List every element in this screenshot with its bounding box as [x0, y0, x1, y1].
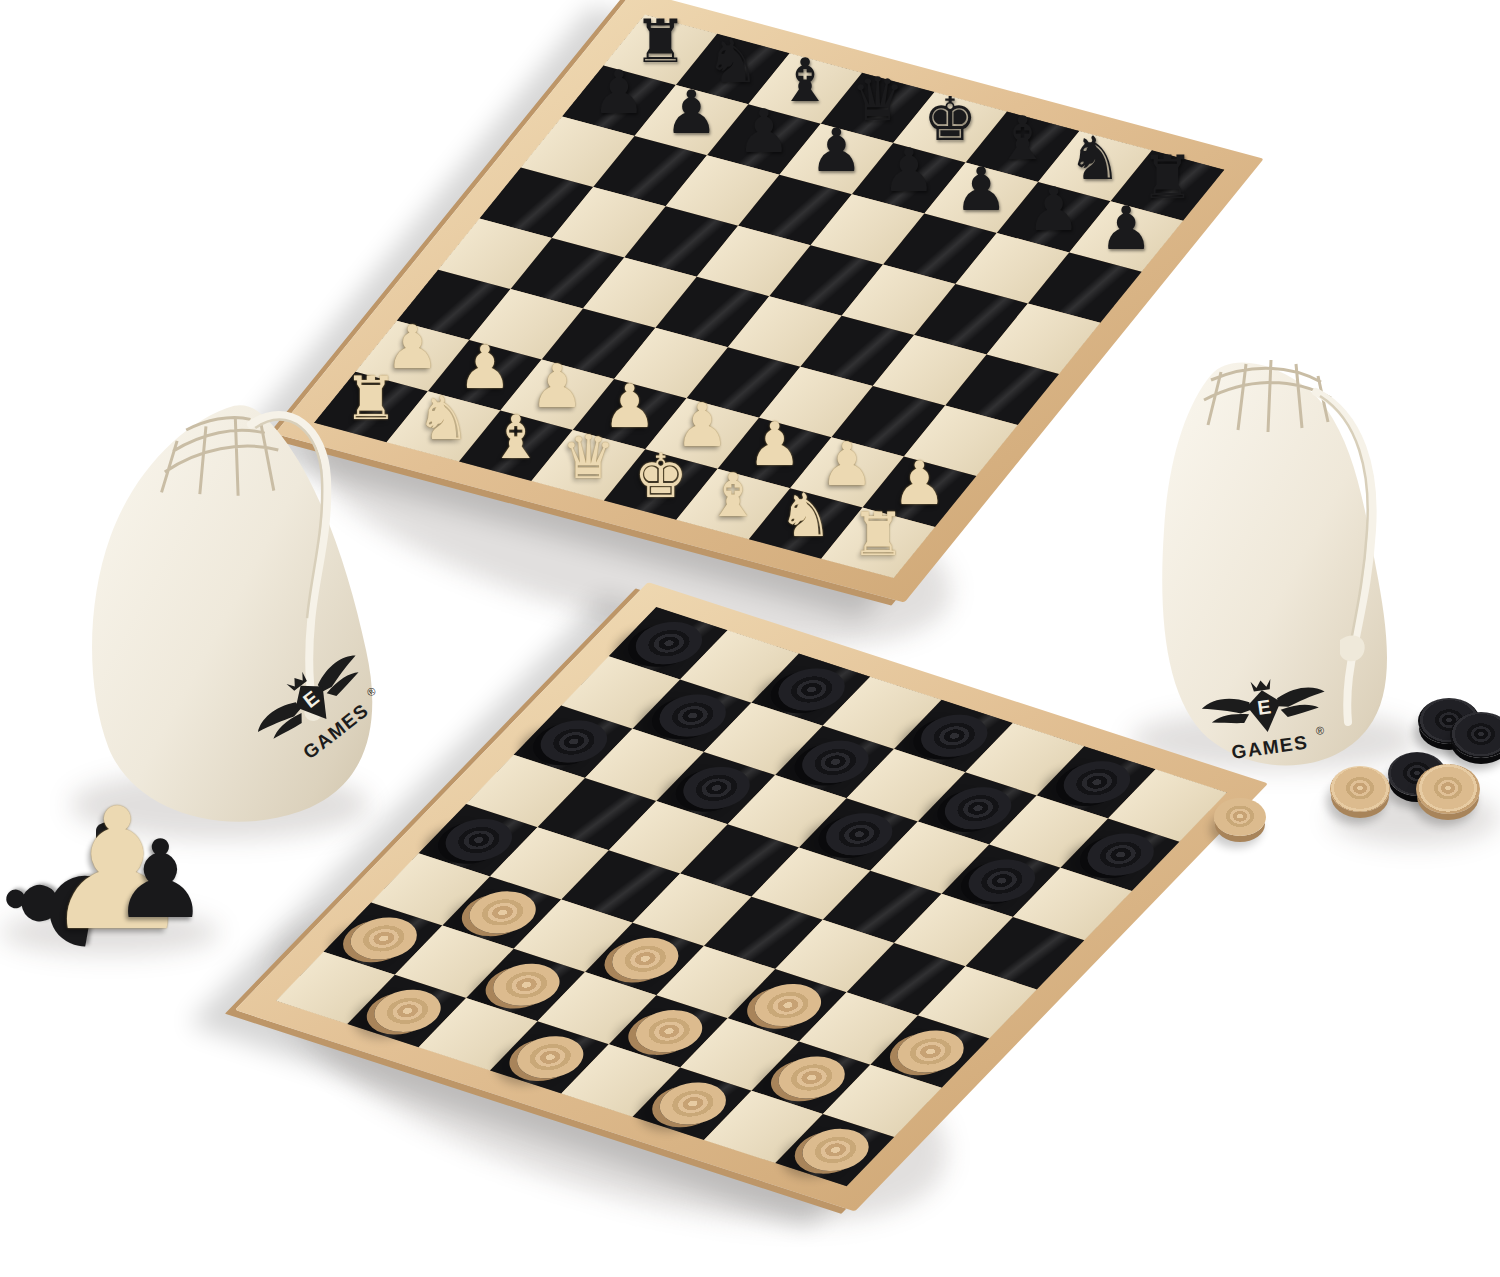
right-drawstring-bag: E GAMES ®	[1116, 330, 1416, 784]
chess-piece-black-pawn: ♟	[1016, 170, 1091, 245]
chess-piece-black-pawn: ♟	[1089, 189, 1164, 264]
loose-black-checker-2	[1450, 712, 1500, 758]
loose-wood-checker-1	[1330, 766, 1390, 812]
chess-piece-black-pawn: ♟	[726, 92, 801, 167]
left-bag-body	[71, 396, 383, 834]
checkers-board	[235, 582, 1268, 1211]
chess-piece-white-king: ♚	[623, 437, 698, 512]
chess-piece-black-pawn: ♟	[871, 131, 946, 206]
right-bag-graphic: E GAMES ®	[1116, 330, 1416, 780]
chess-piece-black-pawn: ♟	[654, 73, 729, 148]
chess-piece-white-bishop: ♝	[478, 398, 553, 473]
brand-registered: ®	[1315, 724, 1325, 737]
chess-piece-black-pawn: ♟	[582, 53, 657, 128]
loose-black-pawn-standing: ♟	[112, 828, 192, 938]
black-pawn-icon: ♟	[112, 828, 192, 932]
chess-piece-white-knight: ♞	[768, 476, 843, 551]
chess-piece-white-rook: ♜	[841, 495, 916, 570]
chess-piece-black-pawn: ♟	[799, 111, 874, 186]
chess-piece-white-bishop: ♝	[696, 456, 771, 531]
chess-piece-white-queen: ♛	[551, 418, 626, 493]
scene: ♜♞♝♛♚♝♞♜♟♟♟♟♟♟♟♟♟♟♟♟♟♟♟♟♜♞♝♛♚♝♞♜ E	[0, 0, 1500, 1277]
chess-piece-black-pawn: ♟	[944, 150, 1019, 225]
chess-piece-white-knight: ♞	[406, 379, 481, 454]
loose-wood-checker-2	[1416, 764, 1480, 814]
loose-wood-checker-edge	[1214, 798, 1266, 836]
